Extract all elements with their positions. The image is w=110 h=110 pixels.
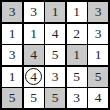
cell-r2c3[interactable]: 4 [45,24,65,44]
cell-r5c5[interactable]: 4 [88,88,108,108]
cell-r2c1[interactable]: 1 [2,24,22,44]
cell-r1c2[interactable]: 3 [24,2,44,22]
cell-r4c2[interactable]: 4 [24,67,44,87]
cell-r4c1[interactable]: 1 [2,67,22,87]
cell-value: 4 [95,91,102,105]
cell-r5c3[interactable]: 5 [45,88,65,108]
cell-value: 5 [95,70,102,84]
cell-value: 1 [73,5,80,19]
cell-r1c1[interactable]: 3 [2,2,22,22]
cell-r3c4[interactable]: 1 [67,45,87,65]
cell-r3c2[interactable]: 4 [24,45,44,65]
cell-value: 5 [73,70,80,84]
cell-r2c4[interactable]: 2 [67,24,87,44]
cell-r2c5[interactable]: 3 [88,24,108,44]
cell-value: 4 [30,48,37,62]
cell-r3c3[interactable]: 5 [45,45,65,65]
cell-value: 3 [9,5,16,19]
cell-value: 3 [52,70,59,84]
cell-r1c5[interactable]: 3 [88,2,108,22]
cell-value: 3 [95,27,102,41]
cell-value: 3 [73,91,80,105]
cell-value: 4 [30,70,37,84]
cell-r4c3[interactable]: 3 [45,67,65,87]
cell-r3c1[interactable]: 3 [2,45,22,65]
cell-r5c1[interactable]: 5 [2,88,22,108]
cell-value: 1 [52,5,59,19]
cell-r5c2[interactable]: 5 [24,88,44,108]
cell-r3c5[interactable]: 1 [88,45,108,65]
hitori-board: 3311311423345111435555534 [0,0,110,110]
cell-value: 1 [9,27,16,41]
cell-r5c4[interactable]: 3 [67,88,87,108]
cell-value: 3 [9,48,16,62]
cell-value: 1 [9,70,16,84]
cell-r4c5[interactable]: 5 [88,67,108,87]
cell-value: 3 [30,5,37,19]
circled-cell-marker: 4 [25,68,42,85]
cell-value: 1 [30,27,37,41]
cell-value: 5 [30,91,37,105]
cell-r1c4[interactable]: 1 [67,2,87,22]
cell-value: 5 [52,91,59,105]
cell-r1c3[interactable]: 1 [45,2,65,22]
cell-value: 5 [9,91,16,105]
cell-r2c2[interactable]: 1 [24,24,44,44]
cell-value: 2 [73,27,80,41]
cell-r4c4[interactable]: 5 [67,67,87,87]
cell-value: 5 [52,48,59,62]
cell-value: 1 [73,48,80,62]
cell-value: 3 [95,5,102,19]
cell-value: 1 [95,48,102,62]
cell-value: 4 [52,27,59,41]
